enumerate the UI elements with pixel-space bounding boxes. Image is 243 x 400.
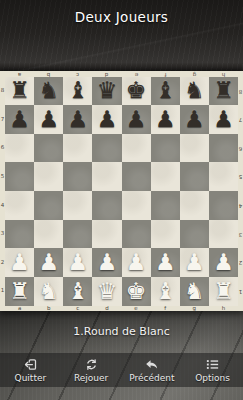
- square-g1[interactable]: ♞: [180, 277, 209, 306]
- white-pawn[interactable]: ♟: [68, 251, 89, 274]
- square-c3[interactable]: [63, 220, 92, 249]
- square-f2[interactable]: ♟: [151, 248, 180, 277]
- white-knight[interactable]: ♞: [38, 280, 59, 303]
- square-b6[interactable]: [34, 134, 63, 163]
- square-c5[interactable]: [63, 162, 92, 191]
- back-icon: [144, 357, 159, 372]
- square-f8[interactable]: ♝: [151, 77, 180, 106]
- coord-label: b: [34, 306, 63, 312]
- white-pawn[interactable]: ♟: [184, 251, 205, 274]
- white-bishop[interactable]: ♝: [155, 280, 176, 303]
- coord-label: 2: [238, 248, 243, 277]
- replay-icon: [84, 357, 99, 372]
- square-g6[interactable]: [180, 134, 209, 163]
- coord-label: c: [63, 306, 92, 312]
- quit-button[interactable]: Quitter: [0, 353, 61, 387]
- previous-button-label: Précédent: [129, 373, 174, 383]
- square-g5[interactable]: [180, 162, 209, 191]
- square-a3[interactable]: [5, 220, 34, 249]
- black-pawn[interactable]: ♟: [126, 108, 147, 131]
- coord-label: f: [151, 306, 180, 312]
- square-h4[interactable]: [209, 191, 238, 220]
- chess-board: abcdefgh abcdefgh 87654321 87654321 ♜♞♝♛…: [0, 71, 243, 311]
- square-a7[interactable]: ♟: [5, 105, 34, 134]
- white-rook[interactable]: ♜: [9, 280, 30, 303]
- black-pawn[interactable]: ♟: [97, 108, 118, 131]
- square-f5[interactable]: [151, 162, 180, 191]
- square-a4[interactable]: [5, 191, 34, 220]
- square-b1[interactable]: ♞: [34, 277, 63, 306]
- app-screen: Deux Joueurs 1.Round de Blanc abcdefgh a…: [0, 0, 243, 400]
- white-rook[interactable]: ♜: [213, 280, 234, 303]
- board-grid: ♜♞♝♛♚♝♞♜♟♟♟♟♟♟♟♟♟♟♟♟♟♟♟♟♜♞♝♛♚♝♞♜: [5, 77, 238, 306]
- black-pawn[interactable]: ♟: [155, 108, 176, 131]
- square-g3[interactable]: [180, 220, 209, 249]
- square-d4[interactable]: [92, 191, 121, 220]
- exit-icon: [23, 357, 38, 372]
- square-b8[interactable]: ♞: [34, 77, 63, 106]
- options-icon: [205, 357, 220, 372]
- square-f1[interactable]: ♝: [151, 277, 180, 306]
- black-pawn[interactable]: ♟: [68, 108, 89, 131]
- replay-button[interactable]: Rejouer: [61, 353, 122, 387]
- square-d7[interactable]: ♟: [92, 105, 121, 134]
- black-knight[interactable]: ♞: [38, 79, 59, 102]
- square-f6[interactable]: [151, 134, 180, 163]
- coord-label: 4: [238, 191, 243, 220]
- white-pawn[interactable]: ♟: [9, 251, 30, 274]
- title-bar: Deux Joueurs: [0, 0, 243, 71]
- coord-label: 7: [238, 105, 243, 134]
- square-g4[interactable]: [180, 191, 209, 220]
- square-f7[interactable]: ♟: [151, 105, 180, 134]
- page-title: Deux Joueurs: [0, 9, 243, 25]
- coord-label: 8: [238, 77, 243, 106]
- square-c6[interactable]: [63, 134, 92, 163]
- square-e4[interactable]: [122, 191, 151, 220]
- square-f3[interactable]: [151, 220, 180, 249]
- square-b5[interactable]: [34, 162, 63, 191]
- square-d2[interactable]: ♟: [92, 248, 121, 277]
- square-a6[interactable]: [5, 134, 34, 163]
- square-h3[interactable]: [209, 220, 238, 249]
- black-bishop[interactable]: ♝: [68, 79, 89, 102]
- previous-button[interactable]: Précédent: [122, 353, 183, 387]
- square-d8[interactable]: ♛: [92, 77, 121, 106]
- square-d3[interactable]: [92, 220, 121, 249]
- quit-button-label: Quitter: [15, 373, 47, 383]
- square-a8[interactable]: ♜: [5, 77, 34, 106]
- coord-label: g: [180, 306, 209, 312]
- square-c1[interactable]: ♝: [63, 277, 92, 306]
- white-queen[interactable]: ♛: [97, 280, 118, 303]
- square-e1[interactable]: ♚: [122, 277, 151, 306]
- file-labels-bottom: abcdefgh: [5, 306, 238, 312]
- square-b3[interactable]: [34, 220, 63, 249]
- rank-labels-right: 87654321: [238, 77, 243, 306]
- bottom-toolbar: Quitter Rejouer Précédent: [0, 353, 243, 387]
- black-king[interactable]: ♚: [126, 79, 147, 102]
- square-c2[interactable]: ♟: [63, 248, 92, 277]
- black-pawn[interactable]: ♟: [213, 108, 234, 131]
- black-pawn[interactable]: ♟: [9, 108, 30, 131]
- black-pawn[interactable]: ♟: [184, 108, 205, 131]
- turn-status: 1.Round de Blanc: [0, 325, 243, 338]
- square-h1[interactable]: ♜: [209, 277, 238, 306]
- square-h5[interactable]: [209, 162, 238, 191]
- square-c7[interactable]: ♟: [63, 105, 92, 134]
- white-pawn[interactable]: ♟: [126, 251, 147, 274]
- black-rook[interactable]: ♜: [213, 79, 234, 102]
- options-button-label: Options: [195, 373, 230, 383]
- coord-label: 6: [238, 134, 243, 163]
- square-e6[interactable]: [122, 134, 151, 163]
- square-f4[interactable]: [151, 191, 180, 220]
- black-queen[interactable]: ♛: [97, 79, 118, 102]
- white-pawn[interactable]: ♟: [155, 251, 176, 274]
- coord-label: 1: [238, 277, 243, 306]
- black-bishop[interactable]: ♝: [155, 79, 176, 102]
- black-rook[interactable]: ♜: [9, 79, 30, 102]
- black-knight[interactable]: ♞: [184, 79, 205, 102]
- square-e8[interactable]: ♚: [122, 77, 151, 106]
- square-b4[interactable]: [34, 191, 63, 220]
- coord-label: 5: [238, 162, 243, 191]
- square-a2[interactable]: ♟: [5, 248, 34, 277]
- square-d5[interactable]: [92, 162, 121, 191]
- square-a5[interactable]: [5, 162, 34, 191]
- square-e7[interactable]: ♟: [122, 105, 151, 134]
- square-e2[interactable]: ♟: [122, 248, 151, 277]
- square-g8[interactable]: ♞: [180, 77, 209, 106]
- square-g2[interactable]: ♟: [180, 248, 209, 277]
- square-d6[interactable]: [92, 134, 121, 163]
- replay-button-label: Rejouer: [74, 373, 108, 383]
- square-g7[interactable]: ♟: [180, 105, 209, 134]
- white-pawn[interactable]: ♟: [38, 251, 59, 274]
- coord-label: 3: [238, 220, 243, 249]
- black-pawn[interactable]: ♟: [38, 108, 59, 131]
- white-bishop[interactable]: ♝: [68, 280, 89, 303]
- square-h2[interactable]: ♟: [209, 248, 238, 277]
- white-pawn[interactable]: ♟: [97, 251, 118, 274]
- square-b2[interactable]: ♟: [34, 248, 63, 277]
- square-h7[interactable]: ♟: [209, 105, 238, 134]
- square-a1[interactable]: ♜: [5, 277, 34, 306]
- square-e3[interactable]: [122, 220, 151, 249]
- white-pawn[interactable]: ♟: [213, 251, 234, 274]
- square-c4[interactable]: [63, 191, 92, 220]
- coord-label: h: [209, 306, 238, 312]
- square-c8[interactable]: ♝: [63, 77, 92, 106]
- coord-label: a: [5, 306, 34, 312]
- coord-label: d: [92, 306, 121, 312]
- square-b7[interactable]: ♟: [34, 105, 63, 134]
- square-h6[interactable]: [209, 134, 238, 163]
- options-button[interactable]: Options: [182, 353, 243, 387]
- square-e5[interactable]: [122, 162, 151, 191]
- coord-label: e: [122, 306, 151, 312]
- white-king[interactable]: ♚: [126, 280, 147, 303]
- square-d1[interactable]: ♛: [92, 277, 121, 306]
- square-h8[interactable]: ♜: [209, 77, 238, 106]
- white-knight[interactable]: ♞: [184, 280, 205, 303]
